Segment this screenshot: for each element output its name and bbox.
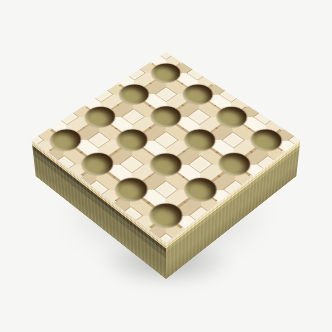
pit-r3c3[interactable] — [144, 149, 187, 180]
pit-r3c4[interactable] — [179, 173, 223, 206]
pyramid-r3c3 — [133, 166, 199, 215]
pyramid-r3c2 — [99, 141, 164, 188]
pyramid-r2c3 — [168, 141, 233, 188]
pit-r2c4[interactable] — [213, 149, 256, 180]
pit-r4c4[interactable] — [143, 199, 188, 233]
product-photo-scene — [0, 0, 332, 332]
pit-r4c2[interactable] — [76, 149, 119, 180]
pit-r4c3[interactable] — [109, 173, 153, 206]
